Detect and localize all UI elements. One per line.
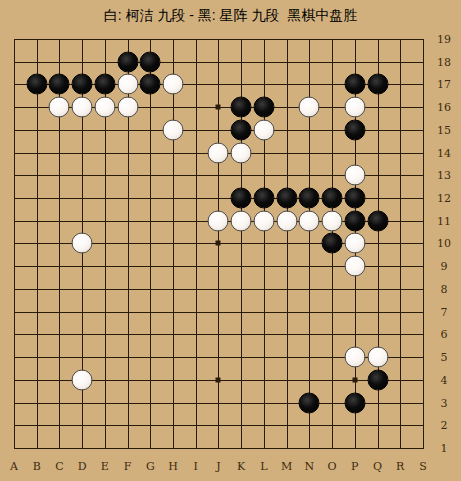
column-label: D <box>78 460 87 473</box>
black-stone[interactable] <box>344 210 365 231</box>
row-label: 9 <box>441 260 448 273</box>
black-stone[interactable] <box>344 188 365 209</box>
white-stone[interactable] <box>72 97 93 118</box>
black-stone[interactable] <box>322 188 343 209</box>
column-label: F <box>124 460 132 473</box>
black-stone[interactable] <box>26 74 47 95</box>
column-label: N <box>305 460 315 473</box>
row-label: 3 <box>441 396 448 409</box>
black-stone[interactable] <box>299 188 320 209</box>
black-stone[interactable] <box>367 369 388 390</box>
black-stone[interactable] <box>367 210 388 231</box>
white-stone[interactable] <box>253 210 274 231</box>
black-stone[interactable] <box>344 74 365 95</box>
black-stone[interactable] <box>344 119 365 140</box>
black-stone[interactable] <box>344 392 365 413</box>
row-label: 11 <box>437 214 451 227</box>
black-stone[interactable] <box>49 74 70 95</box>
column-label: J <box>216 460 220 473</box>
white-stone[interactable] <box>117 74 138 95</box>
column-label: Q <box>373 460 382 473</box>
white-stone[interactable] <box>208 210 229 231</box>
game-title: 白: 柯洁 九段 - 黑: 星阵 九段 黑棋中盘胜 <box>0 6 461 24</box>
row-label: 5 <box>441 351 448 364</box>
row-label: 6 <box>441 328 448 341</box>
row-label: 10 <box>437 237 451 250</box>
row-label: 17 <box>437 78 451 91</box>
white-stone[interactable] <box>163 74 184 95</box>
column-label: C <box>55 460 63 473</box>
black-stone[interactable] <box>231 97 252 118</box>
row-label: 19 <box>437 33 451 46</box>
star-point <box>216 377 221 382</box>
black-stone[interactable] <box>276 188 297 209</box>
white-stone[interactable] <box>367 347 388 368</box>
black-stone[interactable] <box>140 74 161 95</box>
white-stone[interactable] <box>344 97 365 118</box>
row-label: 13 <box>437 169 451 182</box>
row-label: 2 <box>441 419 448 432</box>
row-label: 14 <box>437 146 451 159</box>
white-stone[interactable] <box>299 97 320 118</box>
white-stone[interactable] <box>49 97 70 118</box>
white-stone[interactable] <box>344 233 365 254</box>
white-stone[interactable] <box>322 210 343 231</box>
row-label: 8 <box>441 282 448 295</box>
white-stone[interactable] <box>231 210 252 231</box>
white-stone[interactable] <box>231 142 252 163</box>
row-label: 12 <box>437 192 451 205</box>
column-label: K <box>237 460 245 473</box>
black-stone[interactable] <box>231 188 252 209</box>
black-stone[interactable] <box>253 188 274 209</box>
white-stone[interactable] <box>344 256 365 277</box>
black-stone[interactable] <box>231 119 252 140</box>
white-stone[interactable] <box>299 210 320 231</box>
black-stone[interactable] <box>72 74 93 95</box>
white-stone[interactable] <box>72 369 93 390</box>
white-stone[interactable] <box>344 165 365 186</box>
row-label: 16 <box>437 101 451 114</box>
column-label: G <box>146 460 155 473</box>
row-label: 1 <box>441 441 448 454</box>
column-label: E <box>101 460 109 473</box>
black-stone[interactable] <box>253 97 274 118</box>
black-stone[interactable] <box>299 392 320 413</box>
row-label: 7 <box>441 305 448 318</box>
column-label: A <box>10 460 18 473</box>
column-label: O <box>328 460 337 473</box>
column-label: H <box>168 460 178 473</box>
white-stone[interactable] <box>208 142 229 163</box>
column-label: B <box>33 460 41 473</box>
star-point <box>216 241 221 246</box>
column-label: S <box>419 460 427 473</box>
column-label: R <box>396 460 404 473</box>
column-label: M <box>281 460 292 473</box>
black-stone[interactable] <box>117 51 138 72</box>
column-label: I <box>194 460 198 473</box>
black-stone[interactable] <box>322 233 343 254</box>
white-stone[interactable] <box>253 119 274 140</box>
column-label: P <box>351 460 358 473</box>
row-label: 15 <box>437 123 451 136</box>
go-game-screen: 白: 柯洁 九段 - 黑: 星阵 九段 黑棋中盘胜 ABCDEFGHIJKLMN… <box>0 0 461 481</box>
star-point <box>352 377 357 382</box>
white-stone[interactable] <box>117 97 138 118</box>
row-label: 4 <box>441 373 448 386</box>
star-point <box>216 105 221 110</box>
white-stone[interactable] <box>276 210 297 231</box>
white-stone[interactable] <box>94 97 115 118</box>
white-stone[interactable] <box>344 347 365 368</box>
black-stone[interactable] <box>94 74 115 95</box>
row-label: 18 <box>437 55 451 68</box>
white-stone[interactable] <box>72 233 93 254</box>
black-stone[interactable] <box>367 74 388 95</box>
white-stone[interactable] <box>163 119 184 140</box>
column-label: L <box>260 460 267 473</box>
black-stone[interactable] <box>140 51 161 72</box>
